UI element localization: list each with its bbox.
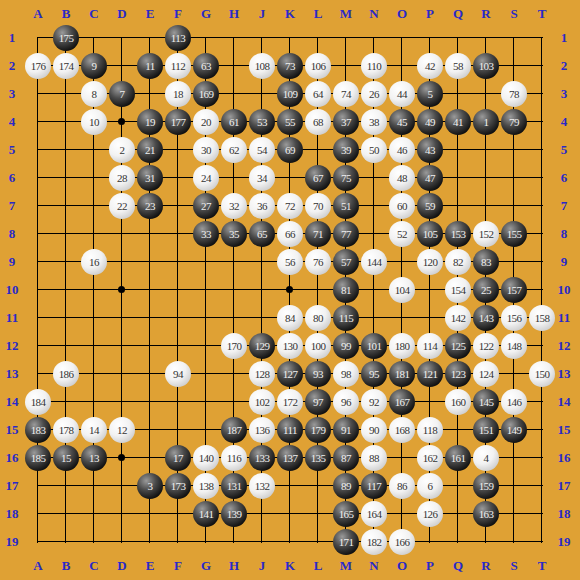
intersection-E10[interactable] <box>136 276 164 304</box>
intersection-R19[interactable] <box>472 528 500 556</box>
intersection-F15[interactable] <box>164 416 192 444</box>
intersection-D14[interactable] <box>108 388 136 416</box>
intersection-S14[interactable]: 146 <box>500 388 528 416</box>
intersection-H17[interactable]: 131 <box>220 472 248 500</box>
intersection-H5[interactable]: 62 <box>220 136 248 164</box>
intersection-P7[interactable]: 59 <box>416 192 444 220</box>
intersection-M14[interactable]: 96 <box>332 388 360 416</box>
intersection-E5[interactable]: 21 <box>136 136 164 164</box>
intersection-N15[interactable]: 90 <box>360 416 388 444</box>
intersection-K3[interactable]: 109 <box>276 80 304 108</box>
intersection-O17[interactable]: 86 <box>388 472 416 500</box>
intersection-J15[interactable]: 136 <box>248 416 276 444</box>
intersection-R13[interactable]: 124 <box>472 360 500 388</box>
intersection-K2[interactable]: 73 <box>276 52 304 80</box>
intersection-A17[interactable] <box>24 472 52 500</box>
intersection-F10[interactable] <box>164 276 192 304</box>
intersection-M8[interactable]: 77 <box>332 220 360 248</box>
intersection-A14[interactable]: 184 <box>24 388 52 416</box>
intersection-G3[interactable]: 169 <box>192 80 220 108</box>
intersection-L14[interactable]: 97 <box>304 388 332 416</box>
intersection-S7[interactable] <box>500 192 528 220</box>
intersection-B6[interactable] <box>52 164 80 192</box>
intersection-A10[interactable] <box>24 276 52 304</box>
intersection-G4[interactable]: 20 <box>192 108 220 136</box>
intersection-D3[interactable]: 7 <box>108 80 136 108</box>
intersection-R2[interactable]: 103 <box>472 52 500 80</box>
intersection-G1[interactable] <box>192 24 220 52</box>
intersection-B18[interactable] <box>52 500 80 528</box>
intersection-N4[interactable]: 38 <box>360 108 388 136</box>
intersection-B8[interactable] <box>52 220 80 248</box>
intersection-F19[interactable] <box>164 528 192 556</box>
intersection-D11[interactable] <box>108 304 136 332</box>
intersection-Q13[interactable]: 123 <box>444 360 472 388</box>
intersection-A2[interactable]: 176 <box>24 52 52 80</box>
intersection-N11[interactable] <box>360 304 388 332</box>
intersection-N9[interactable]: 144 <box>360 248 388 276</box>
intersection-M16[interactable]: 87 <box>332 444 360 472</box>
intersection-T2[interactable] <box>528 52 556 80</box>
intersection-M3[interactable]: 74 <box>332 80 360 108</box>
intersection-G16[interactable]: 140 <box>192 444 220 472</box>
intersection-T5[interactable] <box>528 136 556 164</box>
intersection-A9[interactable] <box>24 248 52 276</box>
intersection-B7[interactable] <box>52 192 80 220</box>
intersection-C19[interactable] <box>80 528 108 556</box>
intersection-F3[interactable]: 18 <box>164 80 192 108</box>
intersection-N7[interactable] <box>360 192 388 220</box>
intersection-B3[interactable] <box>52 80 80 108</box>
intersection-R18[interactable]: 163 <box>472 500 500 528</box>
intersection-J17[interactable]: 132 <box>248 472 276 500</box>
intersection-O15[interactable]: 168 <box>388 416 416 444</box>
intersection-T10[interactable] <box>528 276 556 304</box>
intersection-B11[interactable] <box>52 304 80 332</box>
intersection-C2[interactable]: 9 <box>80 52 108 80</box>
intersection-F2[interactable]: 112 <box>164 52 192 80</box>
intersection-F18[interactable] <box>164 500 192 528</box>
intersection-J16[interactable]: 133 <box>248 444 276 472</box>
intersection-L15[interactable]: 179 <box>304 416 332 444</box>
intersection-P2[interactable]: 42 <box>416 52 444 80</box>
intersection-A4[interactable] <box>24 108 52 136</box>
intersection-L4[interactable]: 68 <box>304 108 332 136</box>
intersection-R14[interactable]: 145 <box>472 388 500 416</box>
intersection-K7[interactable]: 72 <box>276 192 304 220</box>
intersection-O12[interactable]: 180 <box>388 332 416 360</box>
intersection-O10[interactable]: 104 <box>388 276 416 304</box>
intersection-B14[interactable] <box>52 388 80 416</box>
intersection-L11[interactable]: 80 <box>304 304 332 332</box>
intersection-N5[interactable]: 50 <box>360 136 388 164</box>
intersection-O19[interactable]: 166 <box>388 528 416 556</box>
intersection-R3[interactable] <box>472 80 500 108</box>
intersection-B1[interactable]: 175 <box>52 24 80 52</box>
intersection-D5[interactable]: 2 <box>108 136 136 164</box>
intersection-S3[interactable]: 78 <box>500 80 528 108</box>
intersection-E16[interactable] <box>136 444 164 472</box>
intersection-E3[interactable] <box>136 80 164 108</box>
intersection-P5[interactable]: 43 <box>416 136 444 164</box>
intersection-P13[interactable]: 121 <box>416 360 444 388</box>
intersection-Q12[interactable]: 125 <box>444 332 472 360</box>
intersection-R8[interactable]: 152 <box>472 220 500 248</box>
intersection-L10[interactable] <box>304 276 332 304</box>
intersection-K13[interactable]: 127 <box>276 360 304 388</box>
intersection-J9[interactable] <box>248 248 276 276</box>
intersection-M17[interactable]: 89 <box>332 472 360 500</box>
intersection-B5[interactable] <box>52 136 80 164</box>
intersection-N3[interactable]: 26 <box>360 80 388 108</box>
intersection-F5[interactable] <box>164 136 192 164</box>
intersection-B9[interactable] <box>52 248 80 276</box>
intersection-P6[interactable]: 47 <box>416 164 444 192</box>
intersection-A7[interactable] <box>24 192 52 220</box>
intersection-F14[interactable] <box>164 388 192 416</box>
intersection-T19[interactable] <box>528 528 556 556</box>
intersection-K9[interactable]: 56 <box>276 248 304 276</box>
intersection-K4[interactable]: 55 <box>276 108 304 136</box>
intersection-G6[interactable]: 24 <box>192 164 220 192</box>
intersection-Q2[interactable]: 58 <box>444 52 472 80</box>
intersection-F16[interactable]: 17 <box>164 444 192 472</box>
intersection-E4[interactable]: 19 <box>136 108 164 136</box>
intersection-P16[interactable]: 162 <box>416 444 444 472</box>
intersection-Q6[interactable] <box>444 164 472 192</box>
intersection-Q5[interactable] <box>444 136 472 164</box>
intersection-Q4[interactable]: 41 <box>444 108 472 136</box>
intersection-C11[interactable] <box>80 304 108 332</box>
intersection-G9[interactable] <box>192 248 220 276</box>
intersection-G10[interactable] <box>192 276 220 304</box>
intersection-H8[interactable]: 35 <box>220 220 248 248</box>
intersection-J19[interactable] <box>248 528 276 556</box>
intersection-H2[interactable] <box>220 52 248 80</box>
intersection-R5[interactable] <box>472 136 500 164</box>
intersection-D18[interactable] <box>108 500 136 528</box>
intersection-P10[interactable] <box>416 276 444 304</box>
intersection-D12[interactable] <box>108 332 136 360</box>
intersection-H7[interactable]: 32 <box>220 192 248 220</box>
intersection-A6[interactable] <box>24 164 52 192</box>
intersection-M1[interactable] <box>332 24 360 52</box>
intersection-D17[interactable] <box>108 472 136 500</box>
intersection-R17[interactable]: 159 <box>472 472 500 500</box>
intersection-S12[interactable]: 148 <box>500 332 528 360</box>
intersection-P19[interactable] <box>416 528 444 556</box>
intersection-N13[interactable]: 95 <box>360 360 388 388</box>
intersection-C10[interactable] <box>80 276 108 304</box>
intersection-C8[interactable] <box>80 220 108 248</box>
intersection-C12[interactable] <box>80 332 108 360</box>
intersection-N8[interactable] <box>360 220 388 248</box>
intersection-J12[interactable]: 129 <box>248 332 276 360</box>
intersection-M18[interactable]: 165 <box>332 500 360 528</box>
intersection-M7[interactable]: 51 <box>332 192 360 220</box>
intersection-O1[interactable] <box>388 24 416 52</box>
intersection-S17[interactable] <box>500 472 528 500</box>
intersection-L7[interactable]: 70 <box>304 192 332 220</box>
intersection-D1[interactable] <box>108 24 136 52</box>
intersection-F6[interactable] <box>164 164 192 192</box>
intersection-C17[interactable] <box>80 472 108 500</box>
intersection-H1[interactable] <box>220 24 248 52</box>
intersection-A11[interactable] <box>24 304 52 332</box>
intersection-O7[interactable]: 60 <box>388 192 416 220</box>
intersection-N2[interactable]: 110 <box>360 52 388 80</box>
intersection-C14[interactable] <box>80 388 108 416</box>
intersection-P1[interactable] <box>416 24 444 52</box>
intersection-O2[interactable] <box>388 52 416 80</box>
intersection-Q16[interactable]: 161 <box>444 444 472 472</box>
intersection-K8[interactable]: 66 <box>276 220 304 248</box>
intersection-O6[interactable]: 48 <box>388 164 416 192</box>
intersection-C16[interactable]: 13 <box>80 444 108 472</box>
intersection-K14[interactable]: 172 <box>276 388 304 416</box>
intersection-C5[interactable] <box>80 136 108 164</box>
intersection-N16[interactable]: 88 <box>360 444 388 472</box>
intersection-N6[interactable] <box>360 164 388 192</box>
intersection-S2[interactable] <box>500 52 528 80</box>
intersection-C18[interactable] <box>80 500 108 528</box>
intersection-H15[interactable]: 187 <box>220 416 248 444</box>
intersection-H18[interactable]: 139 <box>220 500 248 528</box>
intersection-Q3[interactable] <box>444 80 472 108</box>
intersection-Q9[interactable]: 82 <box>444 248 472 276</box>
intersection-O8[interactable]: 52 <box>388 220 416 248</box>
intersection-T12[interactable] <box>528 332 556 360</box>
intersection-O4[interactable]: 45 <box>388 108 416 136</box>
intersection-K15[interactable]: 111 <box>276 416 304 444</box>
intersection-S9[interactable] <box>500 248 528 276</box>
intersection-R1[interactable] <box>472 24 500 52</box>
intersection-K11[interactable]: 84 <box>276 304 304 332</box>
intersection-F17[interactable]: 173 <box>164 472 192 500</box>
intersection-R11[interactable]: 143 <box>472 304 500 332</box>
intersection-G19[interactable] <box>192 528 220 556</box>
intersection-M6[interactable]: 75 <box>332 164 360 192</box>
intersection-L6[interactable]: 67 <box>304 164 332 192</box>
intersection-F1[interactable]: 113 <box>164 24 192 52</box>
intersection-T18[interactable] <box>528 500 556 528</box>
intersection-C6[interactable] <box>80 164 108 192</box>
intersection-K5[interactable]: 69 <box>276 136 304 164</box>
intersection-F4[interactable]: 177 <box>164 108 192 136</box>
intersection-P4[interactable]: 49 <box>416 108 444 136</box>
intersection-S15[interactable]: 149 <box>500 416 528 444</box>
intersection-M19[interactable]: 171 <box>332 528 360 556</box>
intersection-P12[interactable]: 114 <box>416 332 444 360</box>
intersection-N19[interactable]: 182 <box>360 528 388 556</box>
intersection-R6[interactable] <box>472 164 500 192</box>
intersection-T14[interactable] <box>528 388 556 416</box>
intersection-D2[interactable] <box>108 52 136 80</box>
intersection-G8[interactable]: 33 <box>192 220 220 248</box>
intersection-F8[interactable] <box>164 220 192 248</box>
intersection-P3[interactable]: 5 <box>416 80 444 108</box>
intersection-A8[interactable] <box>24 220 52 248</box>
intersection-D13[interactable] <box>108 360 136 388</box>
intersection-J13[interactable]: 128 <box>248 360 276 388</box>
intersection-M4[interactable]: 37 <box>332 108 360 136</box>
intersection-N18[interactable]: 164 <box>360 500 388 528</box>
intersection-P11[interactable] <box>416 304 444 332</box>
intersection-L1[interactable] <box>304 24 332 52</box>
intersection-D16[interactable] <box>108 444 136 472</box>
intersection-K12[interactable]: 130 <box>276 332 304 360</box>
intersection-A12[interactable] <box>24 332 52 360</box>
intersection-F11[interactable] <box>164 304 192 332</box>
intersection-F12[interactable] <box>164 332 192 360</box>
intersection-N12[interactable]: 101 <box>360 332 388 360</box>
intersection-J4[interactable]: 53 <box>248 108 276 136</box>
intersection-E11[interactable] <box>136 304 164 332</box>
intersection-O5[interactable]: 46 <box>388 136 416 164</box>
intersection-Q19[interactable] <box>444 528 472 556</box>
intersection-J10[interactable] <box>248 276 276 304</box>
intersection-R9[interactable]: 83 <box>472 248 500 276</box>
intersection-C7[interactable] <box>80 192 108 220</box>
intersection-O11[interactable] <box>388 304 416 332</box>
intersection-A15[interactable]: 183 <box>24 416 52 444</box>
intersection-J7[interactable]: 36 <box>248 192 276 220</box>
intersection-K17[interactable] <box>276 472 304 500</box>
intersection-A18[interactable] <box>24 500 52 528</box>
intersection-S11[interactable]: 156 <box>500 304 528 332</box>
intersection-M2[interactable] <box>332 52 360 80</box>
intersection-Q17[interactable] <box>444 472 472 500</box>
intersection-T9[interactable] <box>528 248 556 276</box>
intersection-P9[interactable]: 120 <box>416 248 444 276</box>
intersection-R15[interactable]: 151 <box>472 416 500 444</box>
intersection-G15[interactable] <box>192 416 220 444</box>
intersection-T17[interactable] <box>528 472 556 500</box>
intersection-T3[interactable] <box>528 80 556 108</box>
intersection-R12[interactable]: 122 <box>472 332 500 360</box>
intersection-S1[interactable] <box>500 24 528 52</box>
intersection-D7[interactable]: 22 <box>108 192 136 220</box>
intersection-D19[interactable] <box>108 528 136 556</box>
intersection-Q18[interactable] <box>444 500 472 528</box>
intersection-K19[interactable] <box>276 528 304 556</box>
intersection-O18[interactable] <box>388 500 416 528</box>
intersection-M5[interactable]: 39 <box>332 136 360 164</box>
intersection-B4[interactable] <box>52 108 80 136</box>
intersection-T13[interactable]: 150 <box>528 360 556 388</box>
intersection-G18[interactable]: 141 <box>192 500 220 528</box>
intersection-E6[interactable]: 31 <box>136 164 164 192</box>
intersection-H13[interactable] <box>220 360 248 388</box>
intersection-C4[interactable]: 10 <box>80 108 108 136</box>
intersection-J1[interactable] <box>248 24 276 52</box>
intersection-L12[interactable]: 100 <box>304 332 332 360</box>
intersection-K6[interactable] <box>276 164 304 192</box>
intersection-T1[interactable] <box>528 24 556 52</box>
intersection-A3[interactable] <box>24 80 52 108</box>
intersection-B16[interactable]: 15 <box>52 444 80 472</box>
intersection-T11[interactable]: 158 <box>528 304 556 332</box>
intersection-E13[interactable] <box>136 360 164 388</box>
intersection-S8[interactable]: 155 <box>500 220 528 248</box>
intersection-Q11[interactable]: 142 <box>444 304 472 332</box>
intersection-N17[interactable]: 117 <box>360 472 388 500</box>
intersection-O14[interactable]: 167 <box>388 388 416 416</box>
intersection-Q7[interactable] <box>444 192 472 220</box>
intersection-B19[interactable] <box>52 528 80 556</box>
intersection-D6[interactable]: 28 <box>108 164 136 192</box>
intersection-C1[interactable] <box>80 24 108 52</box>
intersection-D10[interactable] <box>108 276 136 304</box>
intersection-M10[interactable]: 81 <box>332 276 360 304</box>
intersection-G13[interactable] <box>192 360 220 388</box>
intersection-S4[interactable]: 79 <box>500 108 528 136</box>
intersection-P14[interactable] <box>416 388 444 416</box>
intersection-H11[interactable] <box>220 304 248 332</box>
intersection-L19[interactable] <box>304 528 332 556</box>
intersection-H16[interactable]: 116 <box>220 444 248 472</box>
intersection-S5[interactable] <box>500 136 528 164</box>
intersection-E14[interactable] <box>136 388 164 416</box>
intersection-H6[interactable] <box>220 164 248 192</box>
intersection-M11[interactable]: 115 <box>332 304 360 332</box>
intersection-Q10[interactable]: 154 <box>444 276 472 304</box>
intersection-C3[interactable]: 8 <box>80 80 108 108</box>
intersection-S18[interactable] <box>500 500 528 528</box>
intersection-L9[interactable]: 76 <box>304 248 332 276</box>
intersection-T7[interactable] <box>528 192 556 220</box>
intersection-L8[interactable]: 71 <box>304 220 332 248</box>
intersection-K10[interactable] <box>276 276 304 304</box>
intersection-D8[interactable] <box>108 220 136 248</box>
intersection-G17[interactable]: 138 <box>192 472 220 500</box>
intersection-S19[interactable] <box>500 528 528 556</box>
intersection-J8[interactable]: 65 <box>248 220 276 248</box>
intersection-B12[interactable] <box>52 332 80 360</box>
intersection-S6[interactable] <box>500 164 528 192</box>
intersection-T6[interactable] <box>528 164 556 192</box>
intersection-G5[interactable]: 30 <box>192 136 220 164</box>
intersection-A13[interactable] <box>24 360 52 388</box>
intersection-H3[interactable] <box>220 80 248 108</box>
intersection-E2[interactable]: 11 <box>136 52 164 80</box>
intersection-H12[interactable]: 170 <box>220 332 248 360</box>
intersection-T4[interactable] <box>528 108 556 136</box>
intersection-N1[interactable] <box>360 24 388 52</box>
intersection-T8[interactable] <box>528 220 556 248</box>
intersection-L13[interactable]: 93 <box>304 360 332 388</box>
intersection-J11[interactable] <box>248 304 276 332</box>
intersection-J6[interactable]: 34 <box>248 164 276 192</box>
intersection-G14[interactable] <box>192 388 220 416</box>
intersection-P17[interactable]: 6 <box>416 472 444 500</box>
intersection-F9[interactable] <box>164 248 192 276</box>
intersection-D15[interactable]: 12 <box>108 416 136 444</box>
intersection-B17[interactable] <box>52 472 80 500</box>
intersection-J14[interactable]: 102 <box>248 388 276 416</box>
intersection-L17[interactable] <box>304 472 332 500</box>
intersection-J18[interactable] <box>248 500 276 528</box>
intersection-H10[interactable] <box>220 276 248 304</box>
intersection-G11[interactable] <box>192 304 220 332</box>
intersection-O9[interactable] <box>388 248 416 276</box>
intersection-S13[interactable] <box>500 360 528 388</box>
intersection-A19[interactable] <box>24 528 52 556</box>
intersection-F13[interactable]: 94 <box>164 360 192 388</box>
intersection-D9[interactable] <box>108 248 136 276</box>
intersection-B13[interactable]: 186 <box>52 360 80 388</box>
intersection-J3[interactable] <box>248 80 276 108</box>
